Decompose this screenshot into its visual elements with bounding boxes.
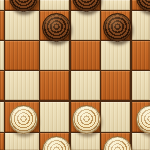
light-checker[interactable] (72, 105, 101, 134)
light-checker[interactable] (9, 105, 38, 134)
square-r1-c0[interactable] (0, 11, 4, 40)
square-r2-c3[interactable] (71, 41, 100, 70)
square-r0-c0[interactable] (0, 0, 4, 10)
square-r2-c2[interactable] (40, 41, 69, 70)
square-r3-c3[interactable] (71, 71, 100, 100)
square-r3-c1[interactable] (5, 71, 39, 100)
square-r3-c2[interactable] (40, 71, 69, 100)
square-r5-c1[interactable] (5, 133, 39, 150)
dark-checker[interactable] (42, 13, 71, 42)
square-r1-c3[interactable] (71, 11, 100, 40)
square-r3-c0[interactable] (0, 71, 4, 100)
square-r5-c0[interactable] (0, 133, 4, 150)
square-r5-c3[interactable] (71, 133, 100, 150)
square-r4-c4[interactable] (101, 102, 130, 132)
square-r4-c0[interactable] (0, 102, 4, 132)
square-r2-c0[interactable] (0, 41, 4, 70)
square-r1-c5[interactable] (132, 11, 150, 40)
square-r2-c1[interactable] (5, 41, 39, 70)
square-r0-c4[interactable] (101, 0, 130, 10)
square-r5-c5[interactable] (132, 133, 150, 150)
square-r4-c2[interactable] (40, 102, 69, 132)
square-r2-c5[interactable] (132, 41, 150, 70)
board-viewport (0, 0, 150, 150)
square-r1-c1[interactable] (5, 11, 39, 40)
dark-checker[interactable] (103, 13, 132, 42)
square-r0-c2[interactable] (40, 0, 69, 10)
square-r3-c4[interactable] (101, 71, 130, 100)
square-r3-c5[interactable] (132, 71, 150, 100)
square-r2-c4[interactable] (101, 41, 130, 70)
